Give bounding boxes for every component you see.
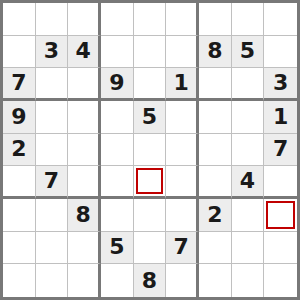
cell-r3c1: 7 [3, 68, 36, 101]
cell-r6c8: 4 [232, 166, 265, 199]
cell-r4c7[interactable] [199, 101, 232, 134]
cell-r5c5[interactable] [134, 134, 167, 167]
given-digit: 2 [207, 204, 222, 226]
cell-r4c9: 1 [264, 101, 297, 134]
cell-r4c1: 9 [3, 101, 36, 134]
selection-cursor [136, 168, 164, 194]
selection-cursor [266, 201, 295, 229]
cell-r1c1[interactable] [3, 3, 36, 36]
cell-r5c3[interactable] [68, 134, 101, 167]
cell-r9c9[interactable] [264, 264, 297, 297]
cell-r3c3[interactable] [68, 68, 101, 101]
cell-r3c6: 1 [166, 68, 199, 101]
cell-r2c4[interactable] [101, 36, 134, 69]
cell-r9c5: 8 [134, 264, 167, 297]
cell-r7c5[interactable] [134, 199, 167, 232]
cell-r9c7[interactable] [199, 264, 232, 297]
given-digit: 3 [273, 72, 288, 94]
cell-r8c7[interactable] [199, 232, 232, 265]
cell-r7c4[interactable] [101, 199, 134, 232]
cell-r6c2: 7 [36, 166, 69, 199]
cell-r2c1[interactable] [3, 36, 36, 69]
cell-r6c1[interactable] [3, 166, 36, 199]
cell-r2c8: 5 [232, 36, 265, 69]
given-digit: 5 [109, 236, 124, 258]
given-digit: 7 [11, 72, 26, 94]
cell-r1c8[interactable] [232, 3, 265, 36]
cell-r3c9: 3 [264, 68, 297, 101]
cell-r2c6[interactable] [166, 36, 199, 69]
cell-r1c3[interactable] [68, 3, 101, 36]
cell-r4c4[interactable] [101, 101, 134, 134]
cell-r2c3: 4 [68, 36, 101, 69]
cell-r1c2[interactable] [36, 3, 69, 36]
given-digit: 1 [174, 72, 189, 94]
cell-r9c6[interactable] [166, 264, 199, 297]
cell-r3c5[interactable] [134, 68, 167, 101]
cell-r9c1[interactable] [3, 264, 36, 297]
cell-r1c7[interactable] [199, 3, 232, 36]
cell-r5c2[interactable] [36, 134, 69, 167]
cell-r1c9[interactable] [264, 3, 297, 36]
given-digit: 7 [174, 236, 189, 258]
cell-r7c8[interactable] [232, 199, 265, 232]
given-digit: 8 [207, 40, 222, 62]
cell-r4c8[interactable] [232, 101, 265, 134]
cell-r3c8[interactable] [232, 68, 265, 101]
given-digit: 7 [273, 138, 288, 160]
cell-r7c9[interactable] [264, 199, 297, 232]
cell-r2c5[interactable] [134, 36, 167, 69]
cell-r7c6[interactable] [166, 199, 199, 232]
cell-r6c7[interactable] [199, 166, 232, 199]
cell-r5c7[interactable] [199, 134, 232, 167]
given-digit: 5 [142, 106, 157, 128]
sudoku-board: 34857913951277482578 [0, 0, 300, 300]
given-digit: 7 [44, 170, 59, 192]
cell-r1c4[interactable] [101, 3, 134, 36]
cell-r7c7: 2 [199, 199, 232, 232]
cell-r4c5: 5 [134, 101, 167, 134]
cell-r3c7[interactable] [199, 68, 232, 101]
given-digit: 3 [44, 40, 59, 62]
given-digit: 2 [11, 138, 26, 160]
cell-r2c9[interactable] [264, 36, 297, 69]
given-digit: 9 [11, 106, 26, 128]
cell-r8c6: 7 [166, 232, 199, 265]
cell-r5c9: 7 [264, 134, 297, 167]
cell-r6c9[interactable] [264, 166, 297, 199]
cell-r1c6[interactable] [166, 3, 199, 36]
given-digit: 8 [76, 204, 91, 226]
cell-r5c4[interactable] [101, 134, 134, 167]
cell-r4c3[interactable] [68, 101, 101, 134]
cell-r2c2: 3 [36, 36, 69, 69]
given-digit: 4 [76, 40, 91, 62]
cell-r9c4[interactable] [101, 264, 134, 297]
cell-r6c3[interactable] [68, 166, 101, 199]
cell-r8c1[interactable] [3, 232, 36, 265]
cell-r9c3[interactable] [68, 264, 101, 297]
given-digit: 4 [240, 170, 255, 192]
cell-r1c5[interactable] [134, 3, 167, 36]
cell-r6c4[interactable] [101, 166, 134, 199]
cell-r9c2[interactable] [36, 264, 69, 297]
cell-r9c8[interactable] [232, 264, 265, 297]
given-digit: 9 [109, 72, 124, 94]
given-digit: 8 [142, 270, 157, 292]
cell-r2c7: 8 [199, 36, 232, 69]
cell-r7c3: 8 [68, 199, 101, 232]
cell-r5c6[interactable] [166, 134, 199, 167]
cell-r7c2[interactable] [36, 199, 69, 232]
cell-r8c8[interactable] [232, 232, 265, 265]
cell-r4c2[interactable] [36, 101, 69, 134]
cell-r8c9[interactable] [264, 232, 297, 265]
cell-r7c1[interactable] [3, 199, 36, 232]
cell-r3c4: 9 [101, 68, 134, 101]
cell-r8c3[interactable] [68, 232, 101, 265]
cell-r5c8[interactable] [232, 134, 265, 167]
cell-r8c4: 5 [101, 232, 134, 265]
cell-r5c1: 2 [3, 134, 36, 167]
cell-r8c2[interactable] [36, 232, 69, 265]
given-digit: 5 [240, 40, 255, 62]
cell-r4c6[interactable] [166, 101, 199, 134]
cell-r6c5[interactable] [134, 166, 167, 199]
cell-r6c6[interactable] [166, 166, 199, 199]
cell-r3c2[interactable] [36, 68, 69, 101]
cell-r8c5[interactable] [134, 232, 167, 265]
given-digit: 1 [273, 106, 288, 128]
